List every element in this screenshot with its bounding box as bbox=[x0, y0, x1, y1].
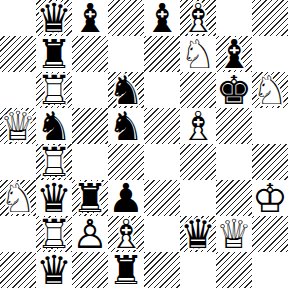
black-rook-icon: ♜ bbox=[108, 252, 144, 288]
white-knight-icon: ♘ bbox=[0, 180, 36, 216]
piece-white-pawn-c2[interactable]: ♟♙ bbox=[72, 216, 108, 252]
black-bishop-icon: ♝ bbox=[144, 0, 180, 36]
square-e5[interactable] bbox=[144, 108, 180, 144]
black-knight-icon: ♞ bbox=[108, 108, 144, 144]
square-c2[interactable]: ♟♙ bbox=[72, 216, 108, 252]
square-g1[interactable] bbox=[216, 252, 252, 288]
square-e6[interactable] bbox=[144, 72, 180, 108]
square-e1[interactable] bbox=[144, 252, 180, 288]
square-a3[interactable]: ♞♘ bbox=[0, 180, 36, 216]
square-e7[interactable] bbox=[144, 36, 180, 72]
piece-black-knight-d5[interactable]: ♞♞ bbox=[108, 108, 144, 144]
square-f1[interactable] bbox=[180, 252, 216, 288]
square-f5[interactable]: ♝♗ bbox=[180, 108, 216, 144]
white-pawn-icon: ♙ bbox=[72, 216, 108, 252]
square-b1[interactable]: ♛♛ bbox=[36, 252, 72, 288]
square-f4[interactable] bbox=[180, 144, 216, 180]
square-h5[interactable] bbox=[252, 108, 288, 144]
piece-white-knight-f7[interactable]: ♞♘ bbox=[180, 36, 216, 72]
square-c8[interactable]: ♝♝ bbox=[72, 0, 108, 36]
square-a1[interactable] bbox=[0, 252, 36, 288]
piece-white-queen-g2[interactable]: ♛♕ bbox=[216, 216, 252, 252]
black-bishop-icon: ♝ bbox=[72, 0, 108, 36]
square-a8[interactable] bbox=[0, 0, 36, 36]
square-d5[interactable]: ♞♞ bbox=[108, 108, 144, 144]
square-c6[interactable] bbox=[72, 72, 108, 108]
square-h2[interactable] bbox=[252, 216, 288, 252]
square-e3[interactable] bbox=[144, 180, 180, 216]
square-h3[interactable]: ♚♔ bbox=[252, 180, 288, 216]
square-e8[interactable]: ♝♝ bbox=[144, 0, 180, 36]
piece-white-knight-a3[interactable]: ♞♘ bbox=[0, 180, 36, 216]
square-g4[interactable] bbox=[216, 144, 252, 180]
white-queen-icon: ♕ bbox=[216, 216, 252, 252]
white-queen-icon: ♕ bbox=[0, 108, 36, 144]
square-d1[interactable]: ♜♜ bbox=[108, 252, 144, 288]
square-h8[interactable] bbox=[252, 0, 288, 36]
chess-board: ♛♛♝♝♝♝♝♗♜♜♞♘♝♝♜♖♞♞♚♚♞♘♛♕♞♞♞♞♝♗♜♖♞♘♛♛♜♜♟♟… bbox=[0, 0, 288, 288]
black-queen-icon: ♛ bbox=[36, 252, 72, 288]
square-a2[interactable] bbox=[0, 216, 36, 252]
white-king-icon: ♔ bbox=[252, 180, 288, 216]
black-queen-icon: ♛ bbox=[180, 216, 216, 252]
square-e4[interactable] bbox=[144, 144, 180, 180]
piece-white-king-h3[interactable]: ♚♔ bbox=[252, 180, 288, 216]
square-g5[interactable] bbox=[216, 108, 252, 144]
square-a7[interactable] bbox=[0, 36, 36, 72]
piece-black-bishop-e8[interactable]: ♝♝ bbox=[144, 0, 180, 36]
square-h1[interactable] bbox=[252, 252, 288, 288]
white-bishop-icon: ♗ bbox=[180, 108, 216, 144]
piece-black-king-g6[interactable]: ♚♚ bbox=[216, 72, 252, 108]
square-e2[interactable] bbox=[144, 216, 180, 252]
square-f7[interactable]: ♞♘ bbox=[180, 36, 216, 72]
square-g6[interactable]: ♚♚ bbox=[216, 72, 252, 108]
square-c7[interactable] bbox=[72, 36, 108, 72]
piece-black-queen-f2[interactable]: ♛♛ bbox=[180, 216, 216, 252]
square-f2[interactable]: ♛♛ bbox=[180, 216, 216, 252]
piece-white-knight-h6[interactable]: ♞♘ bbox=[252, 72, 288, 108]
square-a5[interactable]: ♛♕ bbox=[0, 108, 36, 144]
white-knight-icon: ♘ bbox=[180, 36, 216, 72]
square-g2[interactable]: ♛♕ bbox=[216, 216, 252, 252]
square-d8[interactable] bbox=[108, 0, 144, 36]
piece-white-bishop-f5[interactable]: ♝♗ bbox=[180, 108, 216, 144]
black-king-icon: ♚ bbox=[216, 72, 252, 108]
piece-white-queen-a5[interactable]: ♛♕ bbox=[0, 108, 36, 144]
square-h6[interactable]: ♞♘ bbox=[252, 72, 288, 108]
piece-black-rook-d1[interactable]: ♜♜ bbox=[108, 252, 144, 288]
white-knight-icon: ♘ bbox=[252, 72, 288, 108]
square-c1[interactable] bbox=[72, 252, 108, 288]
piece-black-bishop-c8[interactable]: ♝♝ bbox=[72, 0, 108, 36]
square-c5[interactable] bbox=[72, 108, 108, 144]
piece-black-queen-b1[interactable]: ♛♛ bbox=[36, 252, 72, 288]
